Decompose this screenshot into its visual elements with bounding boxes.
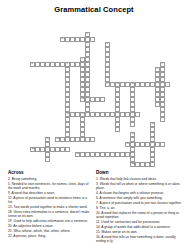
clue-item: 21. Who, whose, which, that, when, where…	[8, 229, 92, 233]
grid-cell	[65, 147, 70, 152]
clue-item: 5. Needed to start sentences, for names,…	[8, 182, 92, 190]
crossword-grid: 12345678910111213141516171819202122	[30, 32, 171, 168]
grid-cell	[165, 82, 170, 87]
clue-item: 4. A clause that begins with a relative …	[96, 191, 184, 195]
cell-number: 12	[81, 98, 84, 101]
cell-number: 13	[66, 113, 69, 116]
grid-cell	[150, 162, 155, 167]
cell-number: 7	[161, 63, 162, 66]
clue-item: 12. A piece of punctuation used to intro…	[8, 196, 92, 204]
down-clue-list: 1. Words that help link clauses and idea…	[96, 177, 184, 243]
cell-number: 10	[116, 83, 119, 86]
clue-item: 16. A word that tells us how something i…	[96, 235, 184, 243]
clue-item: 13. Two words joined together to make a …	[8, 205, 92, 209]
cell-number: 18	[56, 138, 59, 141]
down-header: Down	[96, 170, 184, 175]
clue-item: 1. Words that help link clauses and idea…	[96, 177, 184, 181]
clue-item: 2. Being something.	[8, 177, 92, 181]
cell-number: 8	[156, 68, 157, 71]
clue-item: 18. Gives extra information to a sentenc…	[8, 210, 92, 218]
clue-item: 20. An adjective before a noun.	[8, 224, 92, 228]
clue-item: 3. Words that tell us when or where some…	[96, 182, 184, 190]
cell-number: 9	[106, 83, 107, 86]
grid-cell	[115, 127, 120, 132]
cell-number: 19	[126, 143, 129, 146]
grid-cell	[160, 117, 165, 122]
clue-item: 15. Makes sense on its own.	[96, 230, 184, 234]
cell-number: 6	[66, 63, 67, 66]
down-clues-column: Down 1. Words that help link clauses and…	[96, 170, 184, 243]
clue-item: 11. Used for contraction and for possess…	[96, 220, 184, 224]
grid-cell	[90, 137, 95, 142]
crossword-page: Grammatical Concept 12345678910111213141…	[0, 0, 188, 243]
page-title: Grammatical Concept	[0, 5, 188, 14]
cell-number: 20	[31, 148, 34, 151]
cell-number: 16	[131, 133, 134, 136]
clue-item: 19. Used to help add extra information i…	[8, 219, 92, 223]
cell-number: 11	[131, 83, 133, 86]
cell-number: 14	[81, 113, 84, 116]
clue-item: 10. A word that replaces the name of a p…	[96, 211, 184, 219]
cell-number: 21	[76, 153, 79, 156]
cell-number: 1	[86, 33, 87, 36]
clue-item: 7. A piece of punctuation used to join t…	[96, 201, 184, 205]
clue-item: 8. The, a, an.	[96, 206, 184, 210]
clue-item: 6. A sentence that simply tells you some…	[96, 196, 184, 200]
grid-cell	[100, 97, 105, 102]
across-clues-column: Across 2. Being something.5. Needed to s…	[8, 170, 92, 239]
cell-number: 3	[106, 43, 107, 46]
grid-cell	[130, 122, 135, 127]
grid-cell	[135, 112, 140, 117]
cell-number: 5	[31, 63, 32, 66]
cell-number: 22	[131, 163, 134, 166]
cell-number: 17	[46, 138, 49, 141]
clue-item: 9. A word that describes a noun.	[8, 191, 92, 195]
cell-number: 15	[151, 123, 154, 126]
cell-number: 4	[81, 58, 82, 61]
grid-cell	[160, 142, 165, 147]
grid-cell	[45, 157, 50, 162]
across-header: Across	[8, 170, 92, 175]
clue-item: 14. A group of words that adds detail to…	[96, 225, 184, 229]
grid-cell	[90, 37, 95, 42]
cell-number: 2	[61, 38, 62, 41]
across-clue-list: 2. Being something.5. Needed to start se…	[8, 177, 92, 238]
clue-item: 22. A person, place, thing.	[8, 234, 92, 238]
